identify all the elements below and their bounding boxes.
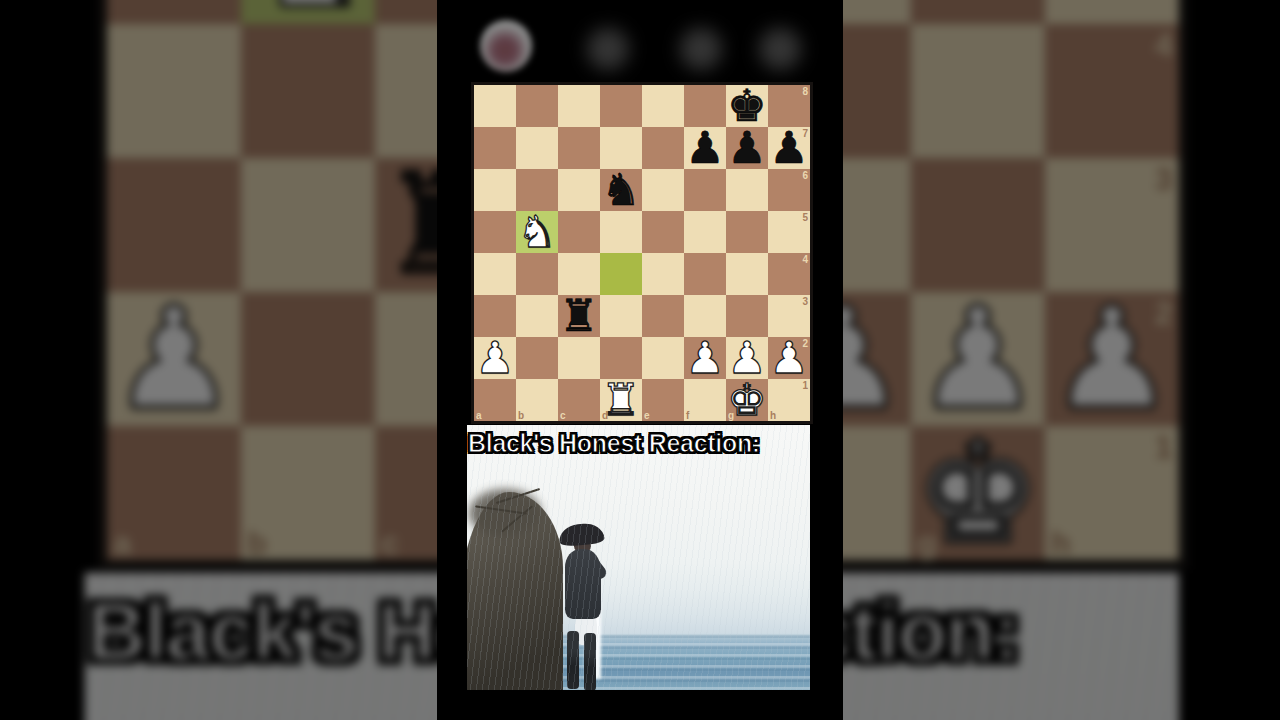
square-c2[interactable]	[558, 337, 600, 379]
square-a7[interactable]	[474, 127, 516, 169]
square-c5[interactable]	[558, 211, 600, 253]
black-pawn[interactable]: ♟	[768, 127, 810, 169]
black-king[interactable]: ♚	[726, 85, 768, 127]
square-e6[interactable]	[642, 169, 684, 211]
video-frame: ♚8♟♟7♟♞6♞54♜3♟♟♟2♟abcd♜efg♚h1	[437, 0, 843, 720]
square-f5[interactable]	[684, 211, 726, 253]
square-e4[interactable]	[642, 253, 684, 295]
blurred-icon-1	[587, 28, 629, 70]
white-pawn[interactable]: ♟	[684, 337, 726, 379]
black-knight[interactable]: ♞	[600, 169, 642, 211]
rank-label-3: 3	[802, 296, 808, 307]
shorts-screen: ♚8♟♟7♟♞6♞54♜3♟♟♟2♟abcd♜efg♚h1	[0, 0, 1280, 720]
square-d7[interactable]	[600, 127, 642, 169]
square-b3[interactable]	[516, 295, 558, 337]
square-c7[interactable]	[558, 127, 600, 169]
square-e1[interactable]: e	[642, 379, 684, 421]
rank-label-5: 5	[802, 212, 808, 223]
black-pawn[interactable]: ♟	[684, 127, 726, 169]
square-e5[interactable]	[642, 211, 684, 253]
chess-board-frame: ♚8♟♟7♟♞6♞54♜3♟♟♟2♟abcd♜efg♚h1	[471, 82, 813, 424]
square-b1[interactable]: b	[516, 379, 558, 421]
avatar[interactable]	[480, 20, 532, 72]
square-g2[interactable]: ♟	[726, 337, 768, 379]
square-d4[interactable]	[600, 253, 642, 295]
square-h7[interactable]: 7♟	[768, 127, 810, 169]
square-g6[interactable]	[726, 169, 768, 211]
square-f8[interactable]	[684, 85, 726, 127]
square-a2[interactable]: ♟	[474, 337, 516, 379]
square-e8[interactable]	[642, 85, 684, 127]
square-h3[interactable]: 3	[768, 295, 810, 337]
square-d1[interactable]: d♜	[600, 379, 642, 421]
black-pawn[interactable]: ♟	[726, 127, 768, 169]
square-h8[interactable]: 8	[768, 85, 810, 127]
square-e3[interactable]	[642, 295, 684, 337]
blurred-icon-3	[759, 28, 801, 70]
file-label-a: a	[476, 410, 482, 421]
file-label-b: b	[518, 410, 524, 421]
video-header	[437, 0, 843, 82]
square-g8[interactable]: ♚	[726, 85, 768, 127]
white-knight[interactable]: ♞	[516, 211, 558, 253]
meme-image: Black's Honest Reaction:	[467, 425, 810, 690]
black-rook[interactable]: ♜	[558, 295, 600, 337]
square-f1[interactable]: f	[684, 379, 726, 421]
torso	[565, 549, 601, 619]
square-f6[interactable]	[684, 169, 726, 211]
square-a4[interactable]	[474, 253, 516, 295]
square-c8[interactable]	[558, 85, 600, 127]
square-h4[interactable]: 4	[768, 253, 810, 295]
square-b5[interactable]: ♞	[516, 211, 558, 253]
square-c4[interactable]	[558, 253, 600, 295]
square-e2[interactable]	[642, 337, 684, 379]
square-a6[interactable]	[474, 169, 516, 211]
square-b2[interactable]	[516, 337, 558, 379]
square-a1[interactable]: a	[474, 379, 516, 421]
white-pawn[interactable]: ♟	[474, 337, 516, 379]
video-column: ♚8♟♟7♟♞6♞54♜3♟♟♟2♟abcd♜efg♚h1	[437, 0, 843, 720]
square-h6[interactable]: 6	[768, 169, 810, 211]
file-label-h: h	[770, 410, 776, 421]
file-label-c: c	[560, 410, 566, 421]
square-c3[interactable]: ♜	[558, 295, 600, 337]
white-king[interactable]: ♚	[726, 379, 768, 421]
square-c1[interactable]: c	[558, 379, 600, 421]
square-h2[interactable]: 2♟	[768, 337, 810, 379]
square-f7[interactable]: ♟	[684, 127, 726, 169]
square-f2[interactable]: ♟	[684, 337, 726, 379]
square-d3[interactable]	[600, 295, 642, 337]
square-g5[interactable]	[726, 211, 768, 253]
bicorne-hat-icon	[558, 522, 605, 547]
square-d8[interactable]	[600, 85, 642, 127]
square-b4[interactable]	[516, 253, 558, 295]
square-a8[interactable]	[474, 85, 516, 127]
square-h5[interactable]: 5	[768, 211, 810, 253]
white-pawn[interactable]: ♟	[768, 337, 810, 379]
square-e7[interactable]	[642, 127, 684, 169]
chess-board[interactable]: ♚8♟♟7♟♞6♞54♜3♟♟♟2♟abcd♜efg♚h1	[474, 85, 810, 421]
left-leg	[567, 631, 579, 689]
square-f3[interactable]	[684, 295, 726, 337]
rank-label-4: 4	[802, 254, 808, 265]
square-g1[interactable]: g♚	[726, 379, 768, 421]
rank-label-1: 1	[802, 380, 808, 391]
square-d5[interactable]	[600, 211, 642, 253]
right-leg	[584, 633, 596, 690]
meme-caption: Black's Honest Reaction:	[467, 429, 760, 458]
square-h1[interactable]: h1	[768, 379, 810, 421]
square-g3[interactable]	[726, 295, 768, 337]
square-f4[interactable]	[684, 253, 726, 295]
square-c6[interactable]	[558, 169, 600, 211]
square-a3[interactable]	[474, 295, 516, 337]
square-b8[interactable]	[516, 85, 558, 127]
white-rook[interactable]: ♜	[600, 379, 642, 421]
square-g4[interactable]	[726, 253, 768, 295]
square-b6[interactable]	[516, 169, 558, 211]
rank-label-6: 6	[802, 170, 808, 181]
file-label-f: f	[686, 410, 689, 421]
square-d2[interactable]	[600, 337, 642, 379]
file-label-e: e	[644, 410, 650, 421]
rank-label-8: 8	[802, 86, 808, 97]
square-b7[interactable]	[516, 127, 558, 169]
square-a5[interactable]	[474, 211, 516, 253]
square-g7[interactable]: ♟	[726, 127, 768, 169]
blurred-icon-2	[680, 28, 722, 70]
white-pawn[interactable]: ♟	[726, 337, 768, 379]
square-d6[interactable]: ♞	[600, 169, 642, 211]
